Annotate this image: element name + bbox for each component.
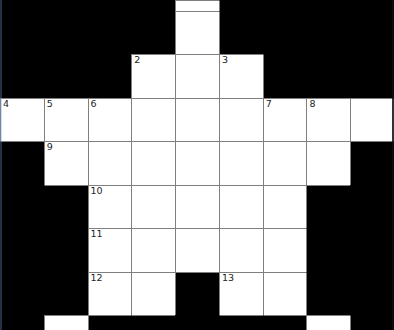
white-cell-r3c4[interactable] (175, 98, 219, 142)
black-cell-r1c1 (44, 11, 88, 55)
black-cell-r7c8 (350, 272, 394, 316)
clue-number-13: 13 (222, 273, 234, 283)
clue-number-10: 10 (91, 186, 103, 196)
black-cell-r1c3 (131, 11, 175, 55)
white-cell-r1c4[interactable] (175, 11, 219, 55)
black-cell-r6c7 (306, 228, 350, 272)
black-cell-r1c0 (0, 11, 44, 55)
clue-number-2: 2 (134, 55, 140, 65)
white-cell-r3c8[interactable] (350, 98, 394, 142)
black-cell-r5c0 (0, 185, 44, 229)
clue-number-12: 12 (91, 273, 103, 283)
white-cell-r3c0[interactable]: 4 (0, 98, 44, 142)
black-cell-r1c7 (306, 11, 350, 55)
black-cell-r8c4 (175, 315, 219, 330)
black-cell-r6c1 (44, 228, 88, 272)
white-cell-r2c4[interactable] (175, 54, 219, 98)
black-cell-r7c1 (44, 272, 88, 316)
white-cell-r4c5[interactable] (219, 141, 263, 185)
white-cell-r7c3[interactable] (131, 272, 175, 316)
black-cell-r6c0 (0, 228, 44, 272)
black-cell-r2c2 (88, 54, 132, 98)
black-cell-r2c0 (0, 54, 44, 98)
black-cell-r0c2 (88, 0, 132, 11)
black-cell-r8c5 (219, 315, 263, 330)
white-cell-r5c5[interactable] (219, 185, 263, 229)
white-cell-r4c7[interactable] (306, 141, 350, 185)
crossword-screenshot: 2345678910111213 (0, 0, 394, 330)
white-cell-r3c2[interactable]: 6 (88, 98, 132, 142)
white-cell-r6c6[interactable] (263, 228, 307, 272)
clue-number-3: 3 (222, 55, 228, 65)
white-cell-r3c7[interactable]: 8 (306, 98, 350, 142)
white-cell-r6c4[interactable] (175, 228, 219, 272)
black-cell-r0c8 (350, 0, 394, 11)
white-cell-r4c2[interactable] (88, 141, 132, 185)
white-cell-r3c3[interactable] (131, 98, 175, 142)
white-cell-r5c2[interactable]: 10 (88, 185, 132, 229)
clue-number-5: 5 (47, 99, 53, 109)
white-cell-r5c4[interactable] (175, 185, 219, 229)
black-cell-r2c7 (306, 54, 350, 98)
white-cell-r2c3[interactable]: 2 (131, 54, 175, 98)
clue-number-7: 7 (266, 99, 272, 109)
black-cell-r8c2 (88, 315, 132, 330)
black-cell-r8c8 (350, 315, 394, 330)
clue-number-8: 8 (309, 99, 315, 109)
white-cell-r8c1[interactable] (44, 315, 88, 330)
white-cell-r4c6[interactable] (263, 141, 307, 185)
black-cell-r0c5 (219, 0, 263, 11)
white-cell-r3c5[interactable] (219, 98, 263, 142)
white-cell-r3c1[interactable]: 5 (44, 98, 88, 142)
white-cell-r5c3[interactable] (131, 185, 175, 229)
black-cell-r5c8 (350, 185, 394, 229)
white-cell-r2c5[interactable]: 3 (219, 54, 263, 98)
white-cell-r7c5[interactable]: 13 (219, 272, 263, 316)
clue-number-6: 6 (91, 99, 97, 109)
black-cell-r8c6 (263, 315, 307, 330)
black-cell-r4c0 (0, 141, 44, 185)
white-cell-r0c4[interactable] (175, 0, 219, 11)
white-cell-r5c6[interactable] (263, 185, 307, 229)
black-cell-r6c8 (350, 228, 394, 272)
clue-number-4: 4 (3, 99, 9, 109)
black-cell-r1c8 (350, 11, 394, 55)
black-cell-r7c7 (306, 272, 350, 316)
black-cell-r0c3 (131, 0, 175, 11)
black-cell-r8c3 (131, 315, 175, 330)
black-cell-r5c7 (306, 185, 350, 229)
white-cell-r6c5[interactable] (219, 228, 263, 272)
black-cell-r0c1 (44, 0, 88, 11)
black-cell-r7c4 (175, 272, 219, 316)
black-cell-r7c0 (0, 272, 44, 316)
black-cell-r2c1 (44, 54, 88, 98)
black-cell-r5c1 (44, 185, 88, 229)
black-cell-r4c8 (350, 141, 394, 185)
white-cell-r4c1[interactable]: 9 (44, 141, 88, 185)
black-cell-r2c8 (350, 54, 394, 98)
white-cell-r4c4[interactable] (175, 141, 219, 185)
white-cell-r8c7[interactable] (306, 315, 350, 330)
clue-number-9: 9 (47, 142, 53, 152)
white-cell-r6c3[interactable] (131, 228, 175, 272)
black-cell-r1c2 (88, 11, 132, 55)
clue-number-11: 11 (91, 229, 103, 239)
black-cell-r0c6 (263, 0, 307, 11)
black-cell-r0c7 (306, 0, 350, 11)
white-cell-r6c2[interactable]: 11 (88, 228, 132, 272)
black-cell-r8c0 (0, 315, 44, 330)
black-cell-r1c6 (263, 11, 307, 55)
black-cell-r0c0 (0, 0, 44, 11)
white-cell-r7c2[interactable]: 12 (88, 272, 132, 316)
black-cell-r2c6 (263, 54, 307, 98)
white-cell-r4c3[interactable] (131, 141, 175, 185)
white-cell-r3c6[interactable]: 7 (263, 98, 307, 142)
crossword-grid: 2345678910111213 (0, 0, 394, 330)
black-cell-r1c5 (219, 11, 263, 55)
white-cell-r7c6[interactable] (263, 272, 307, 316)
